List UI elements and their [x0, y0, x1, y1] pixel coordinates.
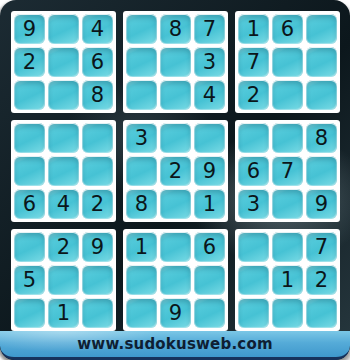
- cell-r5c3[interactable]: [82, 156, 113, 186]
- cell-r4c4[interactable]: 3: [126, 123, 157, 153]
- cell-r6c2[interactable]: 4: [48, 189, 79, 219]
- cell-r6c5[interactable]: [160, 189, 191, 219]
- cell-r5c8[interactable]: 7: [272, 156, 303, 186]
- cell-r3c7[interactable]: 2: [238, 80, 269, 110]
- cell-r9c5[interactable]: 9: [160, 298, 191, 328]
- cell-r3c1[interactable]: [14, 80, 45, 110]
- cell-r9c7[interactable]: [238, 298, 269, 328]
- cell-r7c4[interactable]: 1: [126, 232, 157, 262]
- cell-r9c1[interactable]: [14, 298, 45, 328]
- cell-r9c8[interactable]: [272, 298, 303, 328]
- cell-r9c9[interactable]: [306, 298, 337, 328]
- cell-r3c2[interactable]: [48, 80, 79, 110]
- cell-r5c7[interactable]: 6: [238, 156, 269, 186]
- box-2-3: 86739: [235, 120, 340, 222]
- cell-r3c4[interactable]: [126, 80, 157, 110]
- cell-r8c5[interactable]: [160, 265, 191, 295]
- sudoku-board-image: 942688734167264232981867392951169712 www…: [0, 0, 350, 360]
- cell-r4c8[interactable]: [272, 123, 303, 153]
- cell-r7c1[interactable]: [14, 232, 45, 262]
- cell-r1c5[interactable]: 8: [160, 14, 191, 44]
- cell-r6c9[interactable]: 9: [306, 189, 337, 219]
- cell-r2c1[interactable]: 2: [14, 47, 45, 77]
- cell-r6c3[interactable]: 2: [82, 189, 113, 219]
- cell-r4c3[interactable]: [82, 123, 113, 153]
- cell-r7c8[interactable]: [272, 232, 303, 262]
- cell-r4c2[interactable]: [48, 123, 79, 153]
- cell-r4c5[interactable]: [160, 123, 191, 153]
- cell-r2c6[interactable]: 3: [194, 47, 225, 77]
- cell-r8c2[interactable]: [48, 265, 79, 295]
- cell-r5c4[interactable]: [126, 156, 157, 186]
- cell-r1c3[interactable]: 4: [82, 14, 113, 44]
- cell-r2c5[interactable]: [160, 47, 191, 77]
- cell-r9c4[interactable]: [126, 298, 157, 328]
- cell-r5c1[interactable]: [14, 156, 45, 186]
- cell-r1c2[interactable]: [48, 14, 79, 44]
- cell-r6c7[interactable]: 3: [238, 189, 269, 219]
- cell-r8c3[interactable]: [82, 265, 113, 295]
- cell-r7c2[interactable]: 2: [48, 232, 79, 262]
- box-3-2: 169: [123, 229, 228, 331]
- cell-r2c8[interactable]: [272, 47, 303, 77]
- box-1-3: 1672: [235, 11, 340, 113]
- cell-r7c6[interactable]: 6: [194, 232, 225, 262]
- cell-r5c6[interactable]: 9: [194, 156, 225, 186]
- cell-r4c1[interactable]: [14, 123, 45, 153]
- box-1-1: 94268: [11, 11, 116, 113]
- cell-r3c3[interactable]: 8: [82, 80, 113, 110]
- cell-r7c9[interactable]: 7: [306, 232, 337, 262]
- board-frame: 942688734167264232981867392951169712 www…: [0, 0, 350, 360]
- box-3-1: 2951: [11, 229, 116, 331]
- cell-r1c4[interactable]: [126, 14, 157, 44]
- box-1-2: 8734: [123, 11, 228, 113]
- cell-r2c7[interactable]: 7: [238, 47, 269, 77]
- footer-bar: www.sudokusweb.com: [0, 331, 350, 360]
- cell-r2c4[interactable]: [126, 47, 157, 77]
- cell-r8c4[interactable]: [126, 265, 157, 295]
- cell-r1c1[interactable]: 9: [14, 14, 45, 44]
- cell-r8c1[interactable]: 5: [14, 265, 45, 295]
- cell-r8c8[interactable]: 1: [272, 265, 303, 295]
- cell-r9c3[interactable]: [82, 298, 113, 328]
- cell-r3c9[interactable]: [306, 80, 337, 110]
- cell-r5c2[interactable]: [48, 156, 79, 186]
- box-2-1: 642: [11, 120, 116, 222]
- cell-r1c8[interactable]: 6: [272, 14, 303, 44]
- cell-r7c3[interactable]: 9: [82, 232, 113, 262]
- cell-r3c6[interactable]: 4: [194, 80, 225, 110]
- cell-r4c7[interactable]: [238, 123, 269, 153]
- cell-r9c2[interactable]: 1: [48, 298, 79, 328]
- cell-r5c9[interactable]: [306, 156, 337, 186]
- cell-r8c6[interactable]: [194, 265, 225, 295]
- cell-r7c5[interactable]: [160, 232, 191, 262]
- cell-r8c7[interactable]: [238, 265, 269, 295]
- cell-r2c9[interactable]: [306, 47, 337, 77]
- cell-r2c3[interactable]: 6: [82, 47, 113, 77]
- cell-r2c2[interactable]: [48, 47, 79, 77]
- cell-r7c7[interactable]: [238, 232, 269, 262]
- sudoku-grid: 942688734167264232981867392951169712: [11, 11, 340, 331]
- cell-r6c4[interactable]: 8: [126, 189, 157, 219]
- cell-r1c6[interactable]: 7: [194, 14, 225, 44]
- cell-r6c6[interactable]: 1: [194, 189, 225, 219]
- cell-r6c8[interactable]: [272, 189, 303, 219]
- cell-r3c8[interactable]: [272, 80, 303, 110]
- cell-r5c5[interactable]: 2: [160, 156, 191, 186]
- cell-r1c9[interactable]: [306, 14, 337, 44]
- cell-r3c5[interactable]: [160, 80, 191, 110]
- cell-r1c7[interactable]: 1: [238, 14, 269, 44]
- box-2-2: 32981: [123, 120, 228, 222]
- grid-area: 942688734167264232981867392951169712: [0, 0, 350, 331]
- box-3-3: 712: [235, 229, 340, 331]
- cell-r4c9[interactable]: 8: [306, 123, 337, 153]
- cell-r4c6[interactable]: [194, 123, 225, 153]
- cell-r8c9[interactable]: 2: [306, 265, 337, 295]
- website-url: www.sudokusweb.com: [77, 335, 272, 353]
- cell-r9c6[interactable]: [194, 298, 225, 328]
- cell-r6c1[interactable]: 6: [14, 189, 45, 219]
